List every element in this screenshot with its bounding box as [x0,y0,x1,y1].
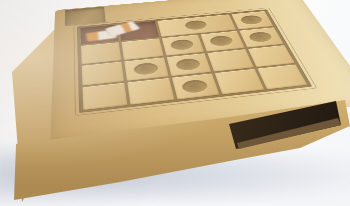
tile-T1[interactable] [81,42,122,64]
finger-divot [239,15,264,25]
tile-E[interactable] [201,31,245,52]
finger-divot [170,39,195,51]
photo-scene [0,0,350,206]
tile-T2[interactable] [122,38,164,59]
tile-T6[interactable] [83,83,128,110]
tile-T4[interactable] [207,49,253,72]
finger-divot [181,79,209,94]
tile-B[interactable] [162,35,205,56]
tile-T7[interactable] [128,78,175,104]
tile-H[interactable] [172,74,220,100]
tile-T8[interactable] [215,69,264,94]
finger-divot [175,58,201,71]
tile-F[interactable] [166,53,211,76]
tile-C[interactable] [231,11,273,29]
tile-T3[interactable] [82,61,125,85]
tile-D[interactable] [125,57,169,81]
finger-divot [133,62,159,76]
tile-T5[interactable] [248,45,295,67]
finger-divot [184,20,208,31]
finger-divot [209,35,235,47]
tile-G[interactable] [239,27,284,47]
artwork-shape [104,21,140,37]
finger-divot [247,31,273,42]
tile-T9[interactable] [257,65,307,90]
